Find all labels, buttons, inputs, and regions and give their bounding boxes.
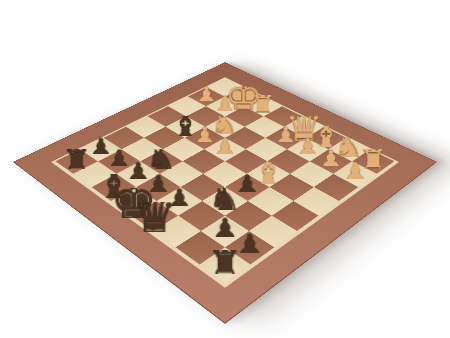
- board-border-line: ♜♛♚♝♜♟♟♟♟♟♟♟♞♞♟♝♟♟♝♞♟♟♟♟♟♟♜♞♝♛♜♚: [51, 77, 399, 287]
- square-b4[interactable]: [269, 174, 313, 201]
- piece-black-rook-h8[interactable]: ♜: [59, 149, 95, 161]
- square-e4[interactable]: ♟: [204, 138, 245, 162]
- chess-board-frame: ♜♛♚♝♜♟♟♟♟♟♟♟♞♞♟♝♟♟♝♞♟♟♟♟♟♟♜♞♝♛♜♚: [13, 62, 437, 324]
- piece-white-rook-f1[interactable]: ♜: [247, 95, 279, 106]
- square-a8[interactable]: ♜: [200, 247, 251, 282]
- square-a4[interactable]: [293, 187, 339, 216]
- piece-black-rook-a8[interactable]: ♜: [203, 250, 246, 264]
- board-3d-wrapper: ♜♛♚♝♜♟♟♟♟♟♟♟♞♞♟♝♟♟♝♞♟♟♟♟♟♟♜♞♝♛♜♚: [13, 62, 437, 324]
- piece-black-knight-c6[interactable]: ♞: [206, 188, 245, 201]
- piece-white-pawn-a2[interactable]: ♟: [337, 162, 374, 174]
- chess-photo-scene: ♜♛♚♝♜♟♟♟♟♟♟♟♞♞♟♝♟♟♝♞♟♟♟♟♟♟♜♞♝♛♜♚: [0, 0, 450, 338]
- square-h8[interactable]: ♜: [56, 149, 98, 174]
- chess-board: ♜♛♚♝♜♟♟♟♟♟♟♟♞♞♟♝♟♟♝♞♟♟♟♟♟♟♜♞♝♛♜♚: [56, 78, 395, 282]
- piece-black-queen-d8[interactable]: ♛: [135, 202, 175, 215]
- square-e5[interactable]: [183, 149, 225, 174]
- piece-white-pawn-e4[interactable]: ♟: [207, 137, 242, 149]
- piece-white-pawn-g2[interactable]: ♟: [209, 95, 241, 106]
